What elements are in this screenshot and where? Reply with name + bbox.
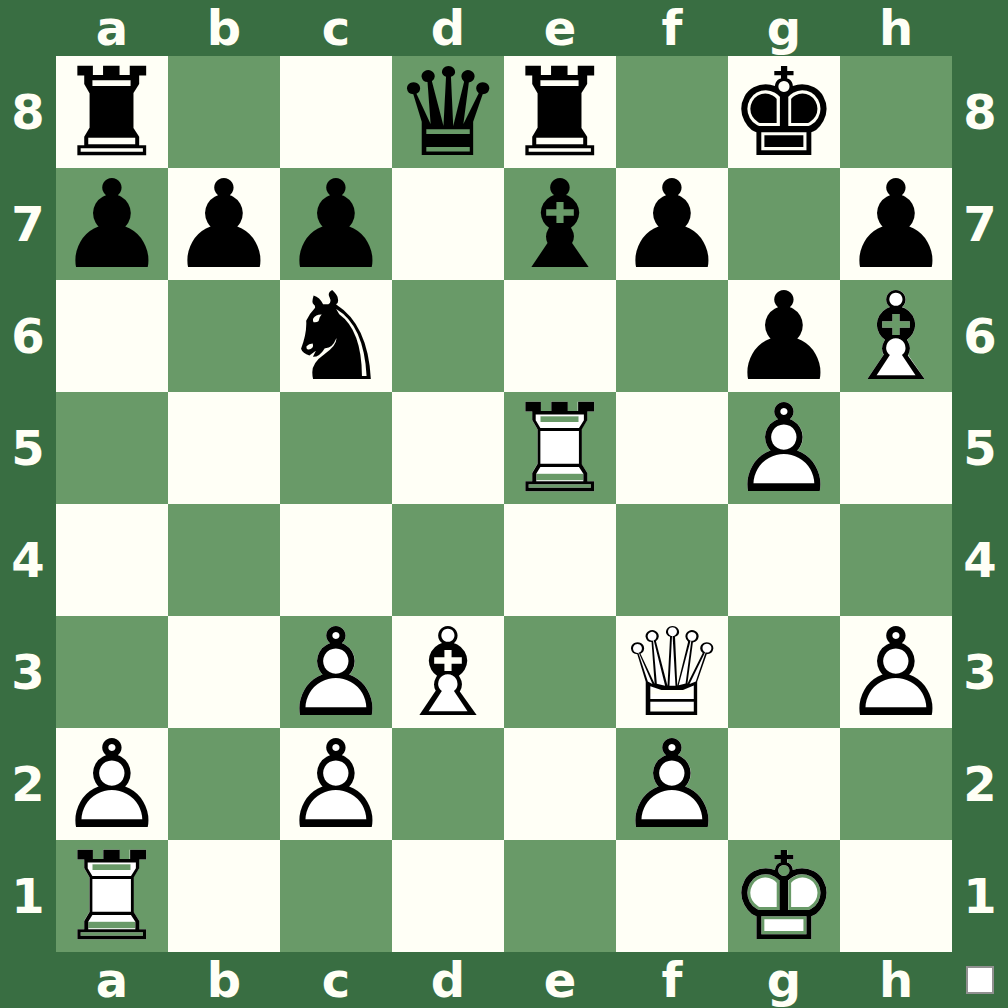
square-e4[interactable] [504,504,616,616]
square-g8[interactable]: ♚ [728,56,840,168]
white-king-icon: ♔ [729,836,838,958]
piece-white-rook-a1[interactable]: ♜♖ [56,840,168,952]
square-g2[interactable] [728,728,840,840]
square-e2[interactable] [504,728,616,840]
white-rook-icon: ♖ [505,388,614,510]
square-g4[interactable] [728,504,840,616]
piece-black-queen-d8[interactable]: ♛ [392,56,504,168]
square-a4[interactable] [56,504,168,616]
square-d4[interactable] [392,504,504,616]
square-a1[interactable]: ♜♖ [56,840,168,952]
rank-label-6-right: 6 [952,280,1008,392]
square-a8[interactable]: ♜ [56,56,168,168]
square-e8[interactable]: ♜ [504,56,616,168]
square-b5[interactable] [168,392,280,504]
file-label-c-top: c [280,0,392,56]
square-h8[interactable] [840,56,952,168]
piece-black-pawn-a7[interactable]: ♟ [56,168,168,280]
square-d6[interactable] [392,280,504,392]
square-h5[interactable] [840,392,952,504]
piece-white-pawn-h3[interactable]: ♟♙ [840,616,952,728]
piece-black-king-g8[interactable]: ♚ [728,56,840,168]
square-a3[interactable] [56,616,168,728]
piece-white-bishop-h6[interactable]: ♝♗ [840,280,952,392]
white-bishop-icon: ♗ [841,276,950,398]
piece-white-rook-e5[interactable]: ♜♖ [504,392,616,504]
black-queen-icon: ♛ [393,52,502,174]
white-rook-icon: ♖ [57,836,166,958]
rank-label-1-right: 1 [952,840,1008,952]
file-label-f-top: f [616,0,728,56]
file-label-b-bottom: b [168,952,280,1008]
piece-white-pawn-a2[interactable]: ♟♙ [56,728,168,840]
white-pawn-icon: ♙ [617,724,726,846]
square-g1[interactable]: ♚♔ [728,840,840,952]
square-d2[interactable] [392,728,504,840]
square-g3[interactable] [728,616,840,728]
piece-white-king-g1[interactable]: ♚♔ [728,840,840,952]
piece-black-pawn-g6[interactable]: ♟ [728,280,840,392]
square-b6[interactable] [168,280,280,392]
square-d1[interactable] [392,840,504,952]
square-b2[interactable] [168,728,280,840]
rank-label-8-left: 8 [0,56,56,168]
black-pawn-icon: ♟ [57,164,166,286]
square-g7[interactable] [728,168,840,280]
square-c3[interactable]: ♟♙ [280,616,392,728]
white-pawn-icon: ♙ [841,612,950,734]
square-b7[interactable]: ♟ [168,168,280,280]
square-c2[interactable]: ♟♙ [280,728,392,840]
black-pawn-icon: ♟ [169,164,278,286]
square-a6[interactable] [56,280,168,392]
square-d7[interactable] [392,168,504,280]
square-c8[interactable] [280,56,392,168]
side-to-move-indicator [966,966,994,994]
square-f8[interactable] [616,56,728,168]
rank-label-8-right: 8 [952,56,1008,168]
square-c5[interactable] [280,392,392,504]
file-label-f-bottom: f [616,952,728,1008]
square-e6[interactable] [504,280,616,392]
file-label-e-bottom: e [504,952,616,1008]
square-g6[interactable]: ♟ [728,280,840,392]
square-c1[interactable] [280,840,392,952]
square-c7[interactable]: ♟ [280,168,392,280]
square-e1[interactable] [504,840,616,952]
square-f5[interactable] [616,392,728,504]
piece-black-pawn-h7[interactable]: ♟ [840,168,952,280]
piece-black-pawn-c7[interactable]: ♟ [280,168,392,280]
rank-label-4-right: 4 [952,504,1008,616]
piece-white-bishop-d3[interactable]: ♝♗ [392,616,504,728]
rank-label-3-left: 3 [0,616,56,728]
square-b3[interactable] [168,616,280,728]
square-d5[interactable] [392,392,504,504]
square-h7[interactable]: ♟ [840,168,952,280]
file-label-b-top: b [168,0,280,56]
file-label-h-top: h [840,0,952,56]
square-a2[interactable]: ♟♙ [56,728,168,840]
chess-board: abcdefgh8♜♛♜♚87♟♟♟♝♟♟76♞♟♝♗65♜♖♟♙5443♟♙♝… [0,0,1008,1008]
white-pawn-icon: ♙ [729,388,838,510]
piece-black-knight-c6[interactable]: ♞ [280,280,392,392]
black-pawn-icon: ♟ [617,164,726,286]
piece-black-bishop-e7[interactable]: ♝ [504,168,616,280]
rank-label-2-left: 2 [0,728,56,840]
square-a5[interactable] [56,392,168,504]
square-f6[interactable] [616,280,728,392]
black-king-icon: ♚ [729,52,838,174]
piece-white-pawn-g5[interactable]: ♟♙ [728,392,840,504]
square-h3[interactable]: ♟♙ [840,616,952,728]
piece-white-pawn-f2[interactable]: ♟♙ [616,728,728,840]
piece-white-pawn-c3[interactable]: ♟♙ [280,616,392,728]
square-a7[interactable]: ♟ [56,168,168,280]
piece-black-pawn-b7[interactable]: ♟ [168,168,280,280]
rank-label-5-left: 5 [0,392,56,504]
rank-label-7-left: 7 [0,168,56,280]
rank-label-4-left: 4 [0,504,56,616]
square-h4[interactable] [840,504,952,616]
white-pawn-icon: ♙ [281,724,390,846]
square-f2[interactable]: ♟♙ [616,728,728,840]
piece-white-pawn-c2[interactable]: ♟♙ [280,728,392,840]
square-f4[interactable] [616,504,728,616]
board-corner [0,0,56,56]
white-bishop-icon: ♗ [393,612,502,734]
square-h2[interactable] [840,728,952,840]
rank-label-5-right: 5 [952,392,1008,504]
rank-label-7-right: 7 [952,168,1008,280]
square-f7[interactable]: ♟ [616,168,728,280]
rank-label-1-left: 1 [0,840,56,952]
square-e3[interactable] [504,616,616,728]
square-b4[interactable] [168,504,280,616]
square-h1[interactable] [840,840,952,952]
piece-black-rook-e8[interactable]: ♜ [504,56,616,168]
rank-label-3-right: 3 [952,616,1008,728]
file-label-d-bottom: d [392,952,504,1008]
square-d8[interactable]: ♛ [392,56,504,168]
square-c4[interactable] [280,504,392,616]
square-e5[interactable]: ♜♖ [504,392,616,504]
square-h6[interactable]: ♝♗ [840,280,952,392]
board-corner [952,0,1008,56]
file-label-c-bottom: c [280,952,392,1008]
square-e7[interactable]: ♝ [504,168,616,280]
file-label-h-bottom: h [840,952,952,1008]
board-corner [0,952,56,1008]
square-g5[interactable]: ♟♙ [728,392,840,504]
piece-white-queen-f3[interactable]: ♛♕ [616,616,728,728]
rank-label-6-left: 6 [0,280,56,392]
square-b1[interactable] [168,840,280,952]
board-corner [952,952,1008,1008]
square-f3[interactable]: ♛♕ [616,616,728,728]
piece-black-rook-a8[interactable]: ♜ [56,56,168,168]
square-c6[interactable]: ♞ [280,280,392,392]
rank-label-2-right: 2 [952,728,1008,840]
black-knight-icon: ♞ [281,276,390,398]
square-b8[interactable] [168,56,280,168]
square-d3[interactable]: ♝♗ [392,616,504,728]
piece-black-pawn-f7[interactable]: ♟ [616,168,728,280]
square-f1[interactable] [616,840,728,952]
black-bishop-icon: ♝ [505,164,614,286]
